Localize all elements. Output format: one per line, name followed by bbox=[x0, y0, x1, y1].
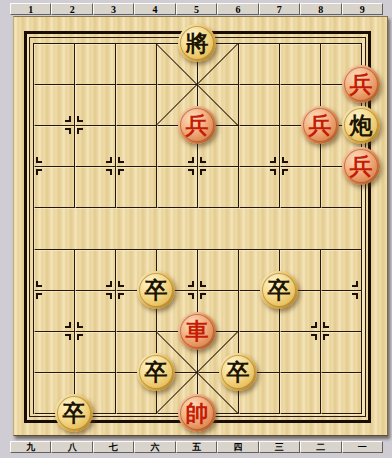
point-marker bbox=[23, 280, 43, 300]
file-label-top-9: 9 bbox=[342, 3, 383, 15]
piece-red-soldier[interactable]: 兵 bbox=[342, 65, 380, 103]
file-label-bottom-4: 六 bbox=[134, 441, 175, 453]
piece-glyph: 卒 bbox=[139, 355, 173, 389]
piece-black-soldier[interactable]: 卒 bbox=[137, 271, 175, 309]
grid-line bbox=[115, 43, 116, 208]
piece-glyph: 兵 bbox=[344, 67, 378, 101]
file-label-top-2: 2 bbox=[51, 3, 92, 15]
point-marker bbox=[187, 156, 207, 176]
grid-line bbox=[238, 43, 239, 208]
file-label-top-8: 8 bbox=[300, 3, 341, 15]
point-marker bbox=[64, 321, 84, 341]
file-label-bottom-2: 八 bbox=[51, 441, 92, 453]
piece-glyph: 卒 bbox=[57, 396, 91, 430]
piece-glyph: 卒 bbox=[139, 273, 173, 307]
piece-glyph: 帥 bbox=[180, 396, 214, 430]
bottom-coordinate-strip: 九八七六五四三二一 bbox=[10, 441, 383, 453]
file-label-top-4: 4 bbox=[134, 3, 175, 15]
file-label-top-3: 3 bbox=[93, 3, 134, 15]
file-label-bottom-8: 二 bbox=[300, 441, 341, 453]
file-label-bottom-6: 四 bbox=[217, 441, 258, 453]
point-marker bbox=[269, 156, 289, 176]
piece-red-general[interactable]: 帥 bbox=[178, 394, 216, 432]
point-marker bbox=[187, 280, 207, 300]
piece-red-soldier[interactable]: 兵 bbox=[342, 147, 380, 185]
piece-red-soldier[interactable]: 兵 bbox=[178, 106, 216, 144]
point-marker bbox=[23, 156, 43, 176]
file-label-bottom-7: 三 bbox=[259, 441, 300, 453]
piece-glyph: 卒 bbox=[221, 355, 255, 389]
piece-black-soldier[interactable]: 卒 bbox=[260, 271, 298, 309]
file-label-bottom-9: 一 bbox=[342, 441, 383, 453]
piece-glyph: 兵 bbox=[180, 108, 214, 142]
file-label-top-5: 5 bbox=[176, 3, 217, 15]
piece-black-cannon[interactable]: 炮 bbox=[342, 106, 380, 144]
file-label-bottom-1: 九 bbox=[10, 441, 51, 453]
grid-line bbox=[115, 249, 116, 414]
piece-glyph: 車 bbox=[180, 314, 214, 348]
xiangqi-board[interactable]: 將兵兵兵炮兵卒卒車卒卒卒帥 bbox=[13, 16, 388, 436]
grid-line bbox=[279, 43, 280, 208]
piece-glyph: 炮 bbox=[344, 108, 378, 142]
point-marker bbox=[64, 115, 84, 135]
point-marker bbox=[105, 280, 125, 300]
file-label-top-7: 7 bbox=[259, 3, 300, 15]
piece-glyph: 兵 bbox=[344, 149, 378, 183]
piece-black-soldier[interactable]: 卒 bbox=[219, 353, 257, 391]
piece-glyph: 兵 bbox=[303, 108, 337, 142]
piece-black-soldier[interactable]: 卒 bbox=[137, 353, 175, 391]
file-label-bottom-3: 七 bbox=[93, 441, 134, 453]
top-coordinate-strip: 123456789 bbox=[10, 3, 383, 15]
point-marker bbox=[105, 156, 125, 176]
point-marker bbox=[310, 321, 330, 341]
file-label-top-1: 1 bbox=[10, 3, 51, 15]
point-marker bbox=[351, 280, 371, 300]
file-label-bottom-5: 五 bbox=[176, 441, 217, 453]
piece-red-soldier[interactable]: 兵 bbox=[301, 106, 339, 144]
xiangqi-app: 123456789 將兵兵兵炮兵卒卒車卒卒卒帥 九八七六五四三二一 bbox=[0, 0, 392, 458]
piece-glyph: 將 bbox=[180, 26, 214, 60]
grid-line bbox=[33, 43, 34, 414]
file-label-top-6: 6 bbox=[217, 3, 258, 15]
piece-black-general[interactable]: 將 bbox=[178, 24, 216, 62]
piece-red-chariot[interactable]: 車 bbox=[178, 312, 216, 350]
piece-glyph: 卒 bbox=[262, 273, 296, 307]
piece-black-soldier[interactable]: 卒 bbox=[55, 394, 93, 432]
